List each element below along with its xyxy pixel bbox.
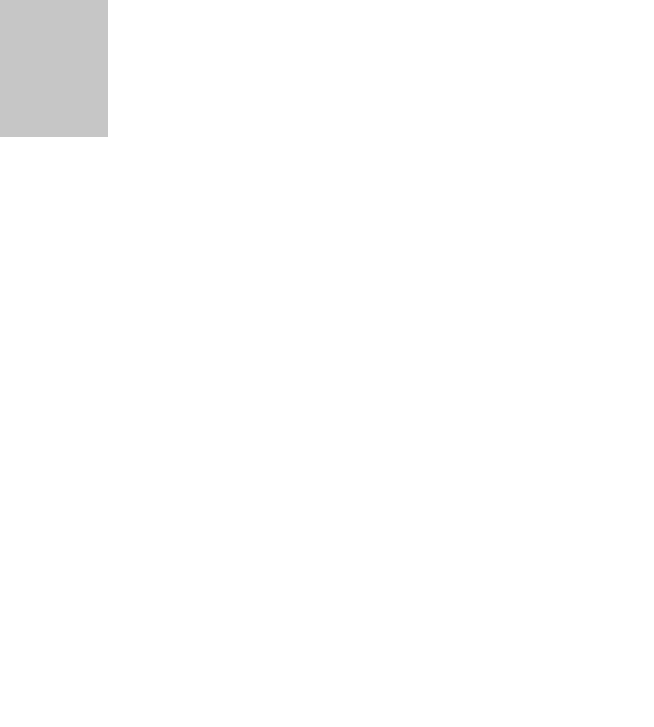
corner-watermark-box: [0, 0, 108, 137]
row-clues-area: [0, 137, 108, 727]
corner-watermark-text: [0, 0, 108, 137]
column-clues-area: [108, 0, 641, 137]
puzzle-grid[interactable]: [108, 137, 641, 727]
side-watermark-text: [641, 592, 654, 724]
nonogram-puzzle: [0, 0, 654, 727]
